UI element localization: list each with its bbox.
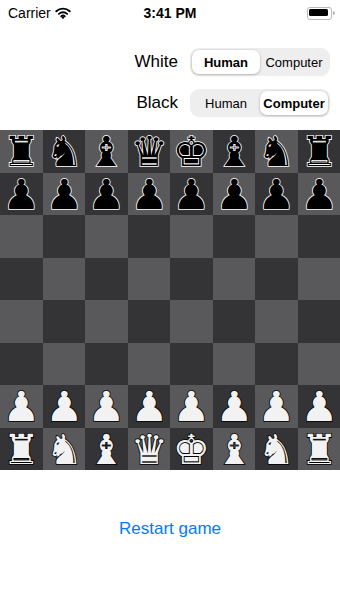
square-g5[interactable] (255, 258, 298, 301)
square-c6[interactable] (85, 215, 128, 258)
piece-white-pawn: ♟ (170, 385, 213, 428)
piece-white-rook: ♜ (298, 428, 340, 471)
square-f6[interactable] (213, 215, 256, 258)
square-d4[interactable] (128, 300, 171, 343)
white-computer-segment[interactable]: Computer (260, 50, 328, 74)
square-g4[interactable] (255, 300, 298, 343)
square-f7[interactable]: ♟ (213, 173, 256, 216)
piece-black-knight: ♞ (255, 130, 298, 173)
square-h4[interactable] (298, 300, 340, 343)
white-side-label: White (135, 48, 178, 76)
square-d2[interactable]: ♟ (128, 385, 171, 428)
piece-black-pawn: ♟ (255, 173, 298, 216)
svg-text:♜: ♜ (3, 130, 40, 173)
svg-text:♟: ♟ (3, 173, 40, 216)
svg-text:♜: ♜ (300, 130, 337, 173)
square-e8[interactable]: ♚ (170, 130, 213, 173)
square-a5[interactable] (0, 258, 43, 301)
svg-text:♟: ♟ (215, 173, 252, 216)
square-a2[interactable]: ♟ (0, 385, 43, 428)
piece-black-bishop: ♝ (213, 130, 256, 173)
square-h1[interactable]: ♜ (298, 428, 340, 471)
black-player-segmented-control: Human Computer (190, 89, 330, 117)
svg-text:♜: ♜ (3, 428, 40, 471)
square-b3[interactable] (43, 343, 86, 386)
white-player-row: White Human Computer (0, 48, 340, 76)
square-h7[interactable]: ♟ (298, 173, 340, 216)
svg-text:♛: ♛ (130, 428, 167, 471)
piece-white-knight: ♞ (43, 428, 86, 471)
svg-text:♟: ♟ (45, 173, 82, 216)
square-a7[interactable]: ♟ (0, 173, 43, 216)
square-e1[interactable]: ♚ (170, 428, 213, 471)
square-f3[interactable] (213, 343, 256, 386)
piece-white-pawn: ♟ (0, 385, 43, 428)
svg-text:♟: ♟ (258, 173, 295, 216)
svg-text:♚: ♚ (173, 428, 210, 471)
svg-text:♟: ♟ (130, 385, 167, 428)
square-g7[interactable]: ♟ (255, 173, 298, 216)
black-player-row: Black Human Computer (0, 89, 340, 117)
square-c5[interactable] (85, 258, 128, 301)
piece-black-king: ♚ (170, 130, 213, 173)
black-side-label: Black (136, 89, 178, 117)
piece-black-pawn: ♟ (128, 173, 171, 216)
svg-text:♟: ♟ (130, 173, 167, 216)
square-a6[interactable] (0, 215, 43, 258)
square-c8[interactable]: ♝ (85, 130, 128, 173)
square-e5[interactable] (170, 258, 213, 301)
square-f1[interactable]: ♝ (213, 428, 256, 471)
svg-text:♟: ♟ (88, 173, 125, 216)
svg-text:♞: ♞ (45, 428, 82, 471)
svg-text:♟: ♟ (215, 385, 252, 428)
square-b4[interactable] (43, 300, 86, 343)
svg-text:♝: ♝ (88, 428, 125, 471)
square-d6[interactable] (128, 215, 171, 258)
piece-black-bishop: ♝ (85, 130, 128, 173)
square-g8[interactable]: ♞ (255, 130, 298, 173)
square-b1[interactable]: ♞ (43, 428, 86, 471)
square-g6[interactable] (255, 215, 298, 258)
square-d7[interactable]: ♟ (128, 173, 171, 216)
piece-white-queen: ♛ (128, 428, 171, 471)
square-f2[interactable]: ♟ (213, 385, 256, 428)
svg-text:♟: ♟ (173, 173, 210, 216)
status-bar: Carrier 3:41 PM (0, 0, 340, 22)
svg-text:♟: ♟ (45, 385, 82, 428)
piece-black-pawn: ♟ (85, 173, 128, 216)
piece-black-queen: ♛ (128, 130, 171, 173)
svg-text:♟: ♟ (300, 173, 337, 216)
piece-black-pawn: ♟ (0, 173, 43, 216)
piece-white-pawn: ♟ (213, 385, 256, 428)
square-a1[interactable]: ♜ (0, 428, 43, 471)
svg-text:♛: ♛ (130, 130, 167, 173)
piece-black-pawn: ♟ (43, 173, 86, 216)
square-c1[interactable]: ♝ (85, 428, 128, 471)
square-d8[interactable]: ♛ (128, 130, 171, 173)
restart-game-button[interactable]: Restart game (119, 519, 221, 539)
piece-white-bishop: ♝ (213, 428, 256, 471)
svg-text:♝: ♝ (88, 130, 125, 173)
piece-white-pawn: ♟ (85, 385, 128, 428)
svg-text:♝: ♝ (215, 428, 252, 471)
square-b5[interactable] (43, 258, 86, 301)
square-c4[interactable] (85, 300, 128, 343)
battery-icon (307, 7, 332, 20)
piece-white-pawn: ♟ (255, 385, 298, 428)
piece-black-pawn: ♟ (298, 173, 340, 216)
status-time: 3:41 PM (0, 5, 340, 21)
square-e6[interactable] (170, 215, 213, 258)
square-c2[interactable]: ♟ (85, 385, 128, 428)
square-f8[interactable]: ♝ (213, 130, 256, 173)
square-e4[interactable] (170, 300, 213, 343)
square-e2[interactable]: ♟ (170, 385, 213, 428)
square-c3[interactable] (85, 343, 128, 386)
white-human-segment[interactable]: Human (192, 50, 260, 74)
square-b8[interactable]: ♞ (43, 130, 86, 173)
battery-nub (333, 11, 335, 15)
svg-text:♞: ♞ (258, 130, 295, 173)
battery-fill (309, 9, 328, 16)
svg-text:♚: ♚ (173, 130, 210, 173)
square-e3[interactable] (170, 343, 213, 386)
square-d3[interactable] (128, 343, 171, 386)
piece-white-rook: ♜ (0, 428, 43, 471)
square-h8[interactable]: ♜ (298, 130, 340, 173)
square-g3[interactable] (255, 343, 298, 386)
svg-text:♝: ♝ (215, 130, 252, 173)
square-b6[interactable] (43, 215, 86, 258)
piece-black-rook: ♜ (0, 130, 43, 173)
square-a4[interactable] (0, 300, 43, 343)
piece-white-pawn: ♟ (43, 385, 86, 428)
svg-text:♟: ♟ (3, 385, 40, 428)
square-d5[interactable] (128, 258, 171, 301)
black-computer-segment[interactable]: Computer (260, 91, 328, 115)
piece-white-pawn: ♟ (298, 385, 340, 428)
svg-text:♞: ♞ (258, 428, 295, 471)
piece-black-pawn: ♟ (213, 173, 256, 216)
piece-white-pawn: ♟ (128, 385, 171, 428)
square-g2[interactable]: ♟ (255, 385, 298, 428)
square-h3[interactable] (298, 343, 340, 386)
square-d1[interactable]: ♛ (128, 428, 171, 471)
square-h5[interactable] (298, 258, 340, 301)
piece-black-knight: ♞ (43, 130, 86, 173)
square-f4[interactable] (213, 300, 256, 343)
square-b7[interactable]: ♟ (43, 173, 86, 216)
svg-text:♟: ♟ (88, 385, 125, 428)
svg-text:♟: ♟ (300, 385, 337, 428)
square-c7[interactable]: ♟ (85, 173, 128, 216)
chess-board: ♜♞♝♛♚♝♞♜♟♟♟♟♟♟♟♟♟♟♟♟♟♟♟♟♜♞♝♛♚♝♞♜ (0, 130, 340, 470)
square-g1[interactable]: ♞ (255, 428, 298, 471)
svg-text:♞: ♞ (45, 130, 82, 173)
svg-text:♟: ♟ (258, 385, 295, 428)
square-a3[interactable] (0, 343, 43, 386)
white-player-segmented-control: Human Computer (190, 48, 330, 76)
piece-white-knight: ♞ (255, 428, 298, 471)
square-f5[interactable] (213, 258, 256, 301)
footer: Restart game (0, 519, 340, 539)
square-a8[interactable]: ♜ (0, 130, 43, 173)
piece-black-pawn: ♟ (170, 173, 213, 216)
svg-text:♟: ♟ (173, 385, 210, 428)
black-human-segment[interactable]: Human (192, 91, 260, 115)
square-h2[interactable]: ♟ (298, 385, 340, 428)
square-e7[interactable]: ♟ (170, 173, 213, 216)
piece-black-rook: ♜ (298, 130, 340, 173)
square-b2[interactable]: ♟ (43, 385, 86, 428)
square-h6[interactable] (298, 215, 340, 258)
piece-white-king: ♚ (170, 428, 213, 471)
piece-white-bishop: ♝ (85, 428, 128, 471)
svg-text:♜: ♜ (300, 428, 337, 471)
